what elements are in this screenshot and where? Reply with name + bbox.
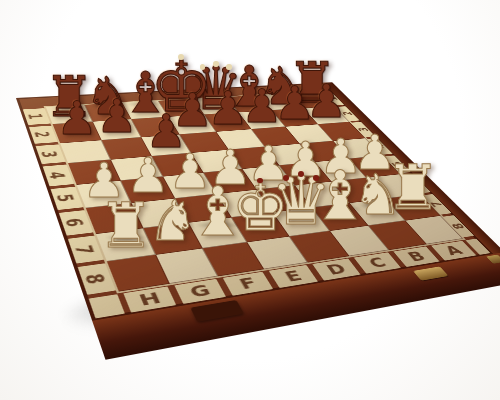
rank-label-left-8: 8: [77, 264, 115, 295]
hinge: [190, 300, 244, 322]
piece-dark-pawn-h2[interactable]: ♟: [54, 95, 100, 135]
rank-label-left-6: 6: [58, 210, 92, 236]
piece-light-pawn-g5[interactable]: ♟: [124, 151, 172, 192]
rank-label-left-5: 5: [50, 186, 83, 209]
piece-dark-pawn-f3[interactable]: ♟: [143, 108, 189, 148]
file-label-G: G: [174, 279, 226, 304]
rank-label-left-4: 4: [42, 165, 73, 186]
pawn-icon: ♟: [54, 95, 100, 141]
file-label-C: C: [354, 252, 401, 273]
pawn-icon: ♟: [94, 93, 140, 139]
photo-scene: 12345678 12345678 HGFEDCBA ♜♞♝♚♛♝♞♜♟♟♟♟♟…: [0, 0, 500, 400]
rook-icon: ♜: [95, 195, 157, 257]
crown-tip-dot: [226, 64, 231, 69]
file-label-B: B: [393, 246, 439, 267]
file-label-E: E: [268, 265, 317, 288]
crown-tip-dot: [313, 175, 319, 181]
piece-light-rook-h7[interactable]: ♜: [95, 195, 157, 248]
piece-dark-pawn-g2[interactable]: ♟: [94, 93, 140, 133]
rank-label-left-3: 3: [35, 144, 65, 164]
file-label-D: D: [312, 258, 360, 280]
file-label-F: F: [223, 271, 273, 295]
